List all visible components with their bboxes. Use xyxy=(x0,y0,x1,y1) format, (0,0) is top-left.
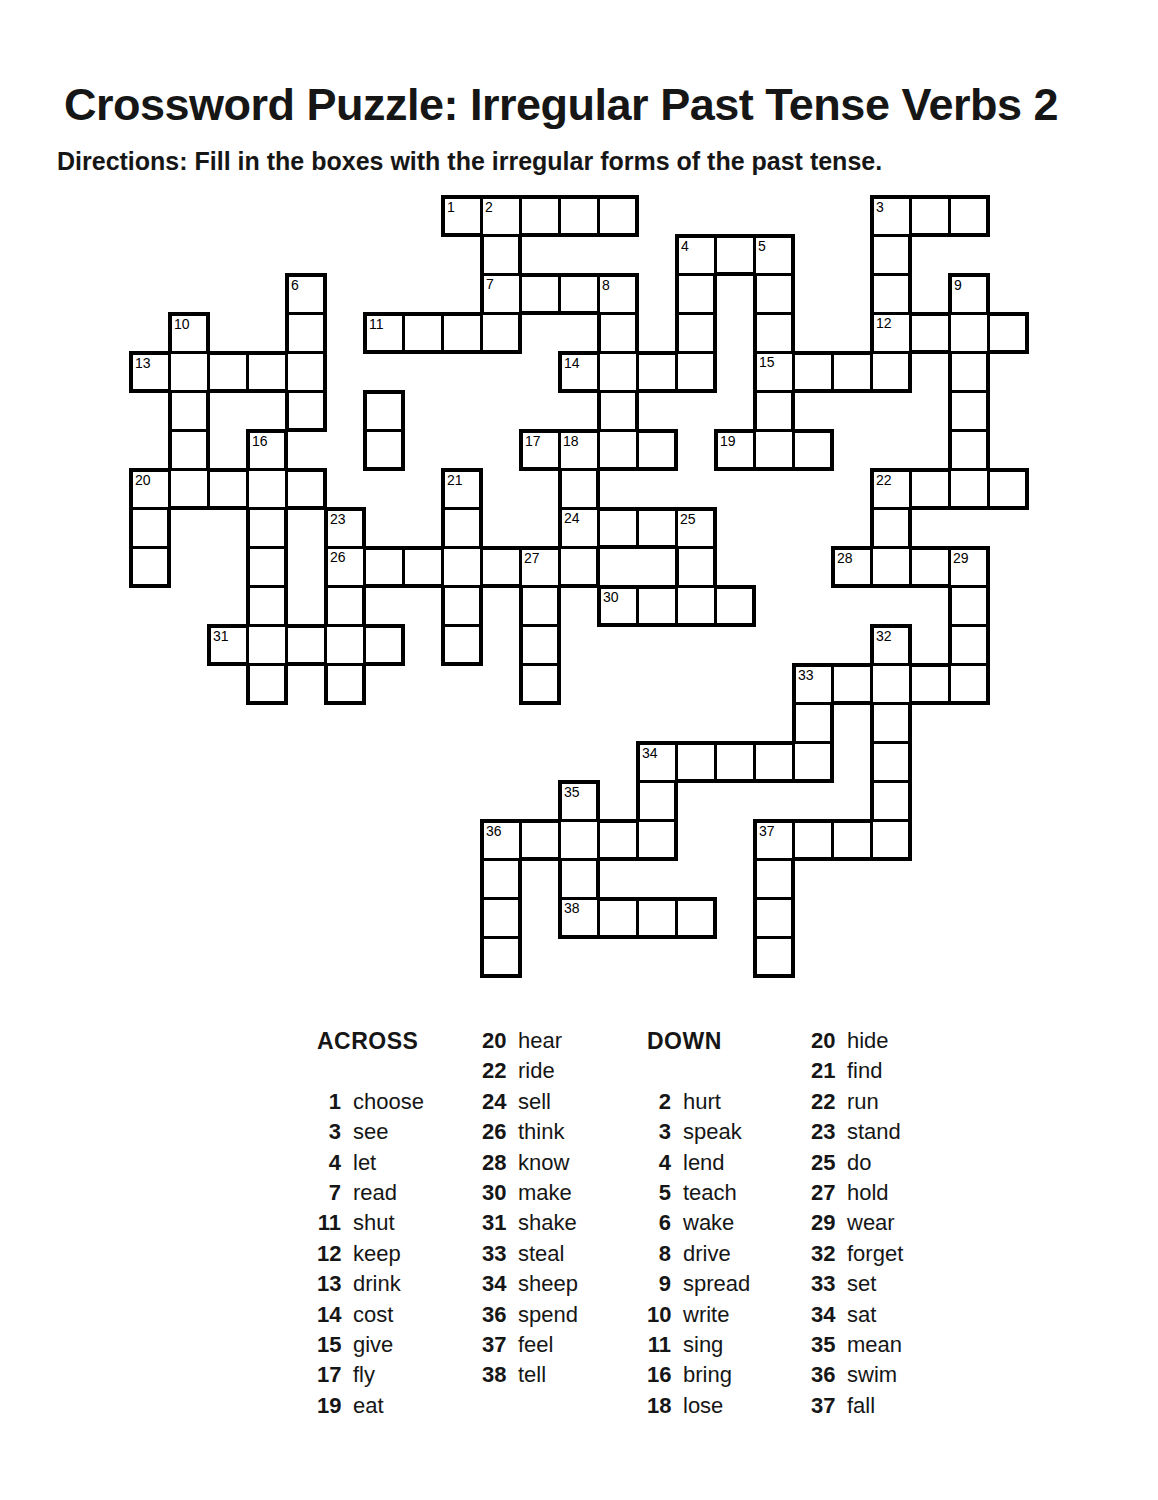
grid-cell-r3-c8[interactable] xyxy=(441,312,483,354)
clue-list-number: 6 xyxy=(647,1208,671,1238)
grid-cell-r11-c19[interactable]: 32 xyxy=(870,624,912,666)
grid-cell-r12-c10[interactable] xyxy=(519,663,561,705)
clue-list-number: 35 xyxy=(811,1330,835,1360)
grid-cell-r16-c12[interactable] xyxy=(597,819,639,861)
grid-cell-r7-c19[interactable]: 22 xyxy=(870,468,912,510)
grid-cell-r4-c21[interactable] xyxy=(948,351,990,393)
grid-cell-r7-c11[interactable] xyxy=(558,468,600,510)
grid-cell-r8-c14[interactable]: 25 xyxy=(675,507,717,549)
grid-cell-r8-c3[interactable] xyxy=(246,507,288,549)
across-clue-37: 37feel xyxy=(482,1330,578,1360)
grid-cell-r16-c11[interactable] xyxy=(558,819,600,861)
across-clue-4: 4let xyxy=(317,1148,424,1178)
grid-cell-r2-c16[interactable] xyxy=(753,273,795,315)
grid-cell-r8-c5[interactable]: 23 xyxy=(324,507,366,549)
clue-list-number: 25 xyxy=(811,1148,835,1178)
grid-cell-r4-c16[interactable]: 15 xyxy=(753,351,795,393)
clue-list-word: do xyxy=(847,1148,871,1178)
clue-list-number: 17 xyxy=(317,1360,341,1390)
grid-cell-r10-c5[interactable] xyxy=(324,585,366,627)
grid-cell-r10-c12[interactable]: 30 xyxy=(597,585,639,627)
across-clue-7: 7read xyxy=(317,1178,424,1208)
grid-cell-r10-c13[interactable] xyxy=(636,585,678,627)
down-clue-32: 32forget xyxy=(811,1239,903,1269)
across-clue-31: 31shake xyxy=(482,1208,578,1238)
spacer-row xyxy=(317,1056,424,1086)
clue-list-word: drink xyxy=(353,1269,401,1299)
clue-list-word: set xyxy=(847,1269,876,1299)
grid-cell-r15-c11[interactable]: 35 xyxy=(558,780,600,822)
grid-cell-r3-c6[interactable]: 11 xyxy=(363,312,405,354)
clue-list-number: 24 xyxy=(482,1087,506,1117)
clue-list-word: hide xyxy=(847,1026,889,1056)
clue-number-1: 1 xyxy=(447,199,455,215)
clue-list-word: shake xyxy=(518,1208,577,1238)
grid-cell-r2-c9[interactable]: 7 xyxy=(480,273,522,315)
grid-cell-r19-c9[interactable] xyxy=(480,936,522,978)
grid-cell-r9-c11[interactable] xyxy=(558,546,600,588)
clue-list-word: spend xyxy=(518,1300,578,1330)
clue-list-number: 11 xyxy=(647,1330,671,1360)
clue-number-29: 29 xyxy=(953,550,969,566)
clue-list-number: 16 xyxy=(647,1360,671,1390)
grid-cell-r12-c19[interactable] xyxy=(870,663,912,705)
down-clues-column-1: DOWN2hurt3speak4lend5teach6wake8drive9sp… xyxy=(647,1026,750,1421)
down-clue-34: 34sat xyxy=(811,1300,903,1330)
grid-cell-r16-c18[interactable] xyxy=(831,819,873,861)
grid-cell-r8-c12[interactable] xyxy=(597,507,639,549)
grid-cell-r7-c0[interactable]: 20 xyxy=(129,468,171,510)
clue-list-number: 1 xyxy=(317,1087,341,1117)
grid-cell-r3-c22[interactable] xyxy=(987,312,1029,354)
grid-cell-r10-c21[interactable] xyxy=(948,585,990,627)
grid-cell-r3-c14[interactable] xyxy=(675,312,717,354)
grid-cell-r4-c1[interactable] xyxy=(168,351,210,393)
grid-cell-r17-c16[interactable] xyxy=(753,858,795,900)
grid-cell-r9-c9[interactable] xyxy=(480,546,522,588)
grid-cell-r6-c1[interactable] xyxy=(168,429,210,471)
grid-cell-r2-c21[interactable]: 9 xyxy=(948,273,990,315)
grid-cell-r8-c8[interactable] xyxy=(441,507,483,549)
clue-list-number: 23 xyxy=(811,1117,835,1147)
grid-cell-r6-c16[interactable] xyxy=(753,429,795,471)
grid-cell-r9-c0[interactable] xyxy=(129,546,171,588)
clue-list-number: 34 xyxy=(811,1300,835,1330)
down-clue-36: 36swim xyxy=(811,1360,903,1390)
grid-cell-r5-c4[interactable] xyxy=(285,390,327,432)
clue-number-8: 8 xyxy=(602,277,610,293)
clue-number-13: 13 xyxy=(135,355,151,371)
clue-number-6: 6 xyxy=(291,277,299,293)
clue-list-word: sell xyxy=(518,1087,551,1117)
grid-cell-r12-c5[interactable] xyxy=(324,663,366,705)
clue-number-10: 10 xyxy=(174,316,190,332)
clue-number-17: 17 xyxy=(525,433,541,449)
grid-cell-r1-c15[interactable] xyxy=(714,234,756,276)
grid-cell-r16-c13[interactable] xyxy=(636,819,678,861)
grid-cell-r3-c19[interactable]: 12 xyxy=(870,312,912,354)
grid-cell-r2-c12[interactable]: 8 xyxy=(597,273,639,315)
grid-cell-r11-c10[interactable] xyxy=(519,624,561,666)
grid-cell-r2-c14[interactable] xyxy=(675,273,717,315)
grid-cell-r7-c3[interactable] xyxy=(246,468,288,510)
grid-cell-r8-c0[interactable] xyxy=(129,507,171,549)
grid-cell-r15-c19[interactable] xyxy=(870,780,912,822)
grid-cell-r5-c6[interactable] xyxy=(363,390,405,432)
grid-cell-r18-c16[interactable] xyxy=(753,897,795,939)
grid-cell-r2-c4[interactable]: 6 xyxy=(285,273,327,315)
grid-cell-r13-c17[interactable] xyxy=(792,702,834,744)
clue-list-number: 32 xyxy=(811,1239,835,1269)
down-clue-18: 18lose xyxy=(647,1391,750,1421)
down-clue-25: 25do xyxy=(811,1148,903,1178)
grid-cell-r3-c4[interactable] xyxy=(285,312,327,354)
clue-list-word: feel xyxy=(518,1330,553,1360)
clue-list-word: keep xyxy=(353,1239,401,1269)
grid-cell-r3-c16[interactable] xyxy=(753,312,795,354)
grid-cell-r4-c0[interactable]: 13 xyxy=(129,351,171,393)
across-clue-15: 15give xyxy=(317,1330,424,1360)
grid-cell-r0-c9[interactable]: 2 xyxy=(480,195,522,237)
grid-cell-r9-c3[interactable] xyxy=(246,546,288,588)
grid-cell-r7-c1[interactable] xyxy=(168,468,210,510)
grid-cell-r5-c16[interactable] xyxy=(753,390,795,432)
clue-list-word: write xyxy=(683,1300,729,1330)
grid-cell-r6-c12[interactable] xyxy=(597,429,639,471)
grid-cell-r10-c14[interactable] xyxy=(675,585,717,627)
grid-cell-r16-c16[interactable]: 37 xyxy=(753,819,795,861)
clue-list-word: cost xyxy=(353,1300,393,1330)
clue-list-word: sing xyxy=(683,1330,723,1360)
clue-number-37: 37 xyxy=(759,823,775,839)
grid-cell-r11-c6[interactable] xyxy=(363,624,405,666)
grid-cell-r9-c5[interactable]: 26 xyxy=(324,546,366,588)
grid-cell-r6-c21[interactable] xyxy=(948,429,990,471)
clue-list-word: drive xyxy=(683,1239,731,1269)
down-clue-20: 20hide xyxy=(811,1026,903,1056)
grid-cell-r12-c20[interactable] xyxy=(909,663,951,705)
grid-cell-r14-c16[interactable] xyxy=(753,741,795,783)
clue-list-number: 38 xyxy=(482,1360,506,1390)
clue-number-27: 27 xyxy=(524,550,540,566)
clue-list-word: speak xyxy=(683,1117,742,1147)
grid-cell-r5-c21[interactable] xyxy=(948,390,990,432)
down-clue-35: 35mean xyxy=(811,1330,903,1360)
across-clues-column-2: 20hear22ride24sell26think28know30make31s… xyxy=(482,1026,578,1391)
grid-cell-r7-c22[interactable] xyxy=(987,468,1029,510)
grid-cell-r11-c21[interactable] xyxy=(948,624,990,666)
clue-list-number: 4 xyxy=(647,1148,671,1178)
clue-number-4: 4 xyxy=(681,238,689,254)
clue-list-word: read xyxy=(353,1178,397,1208)
across-clue-38: 38tell xyxy=(482,1360,578,1390)
grid-cell-r10-c8[interactable] xyxy=(441,585,483,627)
down-clue-33: 33set xyxy=(811,1269,903,1299)
directions-text: Directions: Fill in the boxes with the i… xyxy=(57,146,882,176)
clue-list-word: bring xyxy=(683,1360,732,1390)
grid-cell-r12-c21[interactable] xyxy=(948,663,990,705)
crossword-grid: 1234567891011121314151617181920212223242… xyxy=(129,195,1029,978)
grid-cell-r4-c18[interactable] xyxy=(831,351,873,393)
clue-list-number: 3 xyxy=(317,1117,341,1147)
grid-cell-r0-c8[interactable]: 1 xyxy=(441,195,483,237)
grid-cell-r18-c14[interactable] xyxy=(675,897,717,939)
grid-cell-r14-c14[interactable] xyxy=(675,741,717,783)
grid-cell-r17-c11[interactable] xyxy=(558,858,600,900)
grid-cell-r10-c15[interactable] xyxy=(714,585,756,627)
clue-list-number: 20 xyxy=(482,1026,506,1056)
grid-cell-r9-c7[interactable] xyxy=(402,546,444,588)
down-clue-4: 4lend xyxy=(647,1148,750,1178)
clue-list-number: 19 xyxy=(317,1391,341,1421)
grid-cell-r9-c19[interactable] xyxy=(870,546,912,588)
clue-list-number: 21 xyxy=(811,1056,835,1086)
grid-cell-r0-c21[interactable] xyxy=(948,195,990,237)
grid-cell-r18-c9[interactable] xyxy=(480,897,522,939)
clue-list-number: 31 xyxy=(482,1208,506,1238)
worksheet-page: { "game": "crossword", "title": "Crosswo… xyxy=(0,0,1158,1500)
grid-cell-r12-c17[interactable]: 33 xyxy=(792,663,834,705)
clue-number-21: 21 xyxy=(447,472,463,488)
page-title: Crossword Puzzle: Irregular Past Tense V… xyxy=(64,82,1058,127)
across-clue-24: 24sell xyxy=(482,1087,578,1117)
across-clue-30: 30make xyxy=(482,1178,578,1208)
clue-number-18: 18 xyxy=(563,433,579,449)
grid-cell-r2-c11[interactable] xyxy=(558,273,600,315)
grid-cell-r4-c3[interactable] xyxy=(246,351,288,393)
grid-cell-r16-c9[interactable]: 36 xyxy=(480,819,522,861)
clue-list-number: 37 xyxy=(811,1391,835,1421)
grid-cell-r3-c7[interactable] xyxy=(402,312,444,354)
grid-cell-r7-c2[interactable] xyxy=(207,468,249,510)
across-clue-3: 3see xyxy=(317,1117,424,1147)
clue-list-number: 20 xyxy=(811,1026,835,1056)
grid-cell-r3-c12[interactable] xyxy=(597,312,639,354)
clue-list-word: fly xyxy=(353,1360,375,1390)
grid-cell-r11-c8[interactable] xyxy=(441,624,483,666)
clue-number-19: 19 xyxy=(720,433,736,449)
grid-cell-r7-c21[interactable] xyxy=(948,468,990,510)
across-clue-12: 12keep xyxy=(317,1239,424,1269)
clue-number-26: 26 xyxy=(330,549,346,565)
clue-number-34: 34 xyxy=(642,745,658,761)
grid-cell-r13-c19[interactable] xyxy=(870,702,912,744)
grid-cell-r4-c2[interactable] xyxy=(207,351,249,393)
across-clue-20: 20hear xyxy=(482,1026,578,1056)
across-clue-26: 26think xyxy=(482,1117,578,1147)
grid-cell-r1-c14[interactable]: 4 xyxy=(675,234,717,276)
grid-cell-r5-c1[interactable] xyxy=(168,390,210,432)
across-clue-17: 17fly xyxy=(317,1360,424,1390)
grid-cell-r4-c19[interactable] xyxy=(870,351,912,393)
clue-number-11: 11 xyxy=(369,316,384,332)
grid-cell-r9-c8[interactable] xyxy=(441,546,483,588)
grid-cell-r4-c13[interactable] xyxy=(636,351,678,393)
clue-list-number: 8 xyxy=(647,1239,671,1269)
grid-cell-r18-c11[interactable]: 38 xyxy=(558,897,600,939)
grid-cell-r9-c21[interactable]: 29 xyxy=(948,546,990,588)
down-clue-22: 22run xyxy=(811,1087,903,1117)
clue-list-word: wear xyxy=(847,1208,895,1238)
clue-list-word: hold xyxy=(847,1178,889,1208)
clue-list-number: 4 xyxy=(317,1148,341,1178)
grid-cell-r15-c13[interactable] xyxy=(636,780,678,822)
clue-list-number: 29 xyxy=(811,1208,835,1238)
down-clue-27: 27hold xyxy=(811,1178,903,1208)
down-clue-16: 16bring xyxy=(647,1360,750,1390)
grid-cell-r8-c19[interactable] xyxy=(870,507,912,549)
down-header: DOWN xyxy=(647,1026,750,1056)
clue-number-31: 31 xyxy=(213,628,229,644)
grid-cell-r0-c19[interactable]: 3 xyxy=(870,195,912,237)
grid-cell-r11-c3[interactable] xyxy=(246,624,288,666)
grid-cell-r5-c12[interactable] xyxy=(597,390,639,432)
grid-cell-r19-c16[interactable] xyxy=(753,936,795,978)
grid-cell-r6-c10[interactable]: 17 xyxy=(519,429,561,471)
clue-list-word: think xyxy=(518,1117,564,1147)
clue-list-number: 15 xyxy=(317,1330,341,1360)
grid-cell-r4-c17[interactable] xyxy=(792,351,834,393)
across-clue-34: 34sheep xyxy=(482,1269,578,1299)
grid-cell-r11-c4[interactable] xyxy=(285,624,327,666)
spacer-row xyxy=(647,1056,750,1086)
clue-number-30: 30 xyxy=(603,589,619,605)
down-clue-23: 23stand xyxy=(811,1117,903,1147)
grid-cell-r6-c15[interactable]: 19 xyxy=(714,429,756,471)
across-clue-19: 19eat xyxy=(317,1391,424,1421)
down-clue-5: 5teach xyxy=(647,1178,750,1208)
grid-cell-r12-c18[interactable] xyxy=(831,663,873,705)
clue-number-36: 36 xyxy=(486,823,502,839)
clue-list-word: teach xyxy=(683,1178,737,1208)
clue-number-12: 12 xyxy=(876,315,892,331)
grid-cell-r18-c12[interactable] xyxy=(597,897,639,939)
grid-cell-r14-c15[interactable] xyxy=(714,741,756,783)
clue-list-number: 14 xyxy=(317,1300,341,1330)
across-clue-13: 13drink xyxy=(317,1269,424,1299)
across-clue-11: 11shut xyxy=(317,1208,424,1238)
grid-cell-r18-c13[interactable] xyxy=(636,897,678,939)
grid-cell-r7-c20[interactable] xyxy=(909,468,951,510)
across-clue-33: 33steal xyxy=(482,1239,578,1269)
grid-cell-r3-c20[interactable] xyxy=(909,312,951,354)
clue-number-16: 16 xyxy=(252,433,268,449)
grid-cell-r7-c8[interactable]: 21 xyxy=(441,468,483,510)
clue-list-word: hurt xyxy=(683,1087,721,1117)
clue-list-word: swim xyxy=(847,1360,897,1390)
clue-list-word: shut xyxy=(353,1208,395,1238)
clue-list-number: 12 xyxy=(317,1239,341,1269)
grid-cell-r16-c10[interactable] xyxy=(519,819,561,861)
grid-cell-r2-c10[interactable] xyxy=(519,273,561,315)
clue-list-word: mean xyxy=(847,1330,902,1360)
down-clue-11: 11sing xyxy=(647,1330,750,1360)
grid-cell-r1-c16[interactable]: 5 xyxy=(753,234,795,276)
clue-list-word: give xyxy=(353,1330,393,1360)
clue-list-word: make xyxy=(518,1178,572,1208)
grid-cell-r9-c14[interactable] xyxy=(675,546,717,588)
clue-list-number: 10 xyxy=(647,1300,671,1330)
grid-cell-r9-c18[interactable]: 28 xyxy=(831,546,873,588)
down-clue-9: 9spread xyxy=(647,1269,750,1299)
clue-number-22: 22 xyxy=(876,472,892,488)
down-clue-6: 6wake xyxy=(647,1208,750,1238)
grid-cell-r3-c9[interactable] xyxy=(480,312,522,354)
grid-cell-r4-c12[interactable] xyxy=(597,351,639,393)
clue-number-5: 5 xyxy=(758,238,766,254)
grid-cell-r6-c17[interactable] xyxy=(792,429,834,471)
grid-cell-r0-c20[interactable] xyxy=(909,195,951,237)
down-clue-29: 29wear xyxy=(811,1208,903,1238)
grid-cell-r7-c4[interactable] xyxy=(285,468,327,510)
grid-cell-r0-c12[interactable] xyxy=(597,195,639,237)
clue-list-number: 36 xyxy=(482,1300,506,1330)
down-clue-3: 3speak xyxy=(647,1117,750,1147)
grid-cell-r2-c19[interactable] xyxy=(870,273,912,315)
grid-cell-r9-c10[interactable]: 27 xyxy=(519,546,561,588)
clue-list-word: steal xyxy=(518,1239,564,1269)
grid-cell-r14-c19[interactable] xyxy=(870,741,912,783)
clue-list-number: 36 xyxy=(811,1360,835,1390)
grid-cell-r6-c13[interactable] xyxy=(636,429,678,471)
clue-number-28: 28 xyxy=(837,550,853,566)
across-clue-36: 36spend xyxy=(482,1300,578,1330)
clue-list-word: hear xyxy=(518,1026,562,1056)
clue-list-number: 34 xyxy=(482,1269,506,1299)
down-clues-column-2: 20hide21find22run23stand25do27hold29wear… xyxy=(811,1026,903,1421)
clue-list-word: ride xyxy=(518,1056,555,1086)
grid-cell-r8-c11[interactable]: 24 xyxy=(558,507,600,549)
grid-cell-r6-c3[interactable]: 16 xyxy=(246,429,288,471)
grid-cell-r10-c10[interactable] xyxy=(519,585,561,627)
grid-cell-r4-c11[interactable]: 14 xyxy=(558,351,600,393)
grid-cell-r11-c5[interactable] xyxy=(324,624,366,666)
down-clue-21: 21find xyxy=(811,1056,903,1086)
clue-list-word: fall xyxy=(847,1391,875,1421)
clue-list-word: find xyxy=(847,1056,882,1086)
grid-cell-r6-c11[interactable]: 18 xyxy=(558,429,600,471)
across-clue-28: 28know xyxy=(482,1148,578,1178)
grid-cell-r16-c17[interactable] xyxy=(792,819,834,861)
clue-list-number: 9 xyxy=(647,1269,671,1299)
grid-cell-r0-c10[interactable] xyxy=(519,195,561,237)
grid-cell-r3-c21[interactable] xyxy=(948,312,990,354)
grid-cell-r1-c19[interactable] xyxy=(870,234,912,276)
across-header: ACROSS xyxy=(317,1026,424,1056)
clue-list-word: sheep xyxy=(518,1269,578,1299)
grid-cell-r4-c4[interactable] xyxy=(285,351,327,393)
clue-number-23: 23 xyxy=(330,511,346,527)
clue-list-number: 33 xyxy=(811,1269,835,1299)
grid-cell-r0-c11[interactable] xyxy=(558,195,600,237)
grid-cell-r9-c6[interactable] xyxy=(363,546,405,588)
grid-cell-r16-c19[interactable] xyxy=(870,819,912,861)
grid-cell-r8-c13[interactable] xyxy=(636,507,678,549)
clue-list-word: tell xyxy=(518,1360,546,1390)
grid-cell-r4-c14[interactable] xyxy=(675,351,717,393)
grid-cell-r14-c17[interactable] xyxy=(792,741,834,783)
grid-cell-r10-c3[interactable] xyxy=(246,585,288,627)
grid-cell-r1-c9[interactable] xyxy=(480,234,522,276)
grid-cell-r14-c13[interactable]: 34 xyxy=(636,741,678,783)
grid-cell-r6-c6[interactable] xyxy=(363,429,405,471)
grid-cell-r12-c3[interactable] xyxy=(246,663,288,705)
clue-number-25: 25 xyxy=(680,511,696,527)
grid-cell-r17-c9[interactable] xyxy=(480,858,522,900)
grid-cell-r11-c2[interactable]: 31 xyxy=(207,624,249,666)
grid-cell-r9-c20[interactable] xyxy=(909,546,951,588)
grid-cell-r3-c1[interactable]: 10 xyxy=(168,312,210,354)
